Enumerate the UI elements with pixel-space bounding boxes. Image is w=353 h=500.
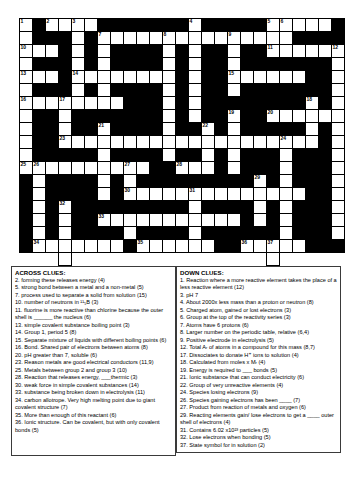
cell-r15c13[interactable]	[189, 214, 201, 226]
cell-r8c6[interactable]: 21	[98, 123, 110, 135]
cell-r7c16[interactable]: 19	[228, 110, 240, 122]
cell-r0c22[interactable]	[306, 19, 318, 31]
cell-r16c19	[267, 227, 279, 239]
cell-r9c5[interactable]	[85, 136, 97, 148]
cell-r17c16	[228, 240, 240, 252]
cell-r15c0	[20, 214, 32, 226]
cell-r8c11[interactable]	[163, 123, 175, 135]
cell-r13c17[interactable]	[241, 188, 253, 200]
cell-r17c1[interactable]: 34	[33, 240, 45, 252]
cell-r12c18[interactable]: 29	[254, 175, 266, 187]
cell-r4c19[interactable]	[267, 71, 279, 83]
cell-r2c18	[254, 45, 266, 57]
cell-r4c18[interactable]	[254, 71, 266, 83]
cell-r9c7[interactable]	[111, 136, 123, 148]
cell-r4c1[interactable]	[33, 71, 45, 83]
cell-r14c4	[72, 201, 84, 213]
cell-r6c6[interactable]	[98, 97, 110, 109]
cell-r7c19[interactable]: 20	[267, 110, 279, 122]
cell-r11c12[interactable]: 28	[176, 162, 188, 174]
cell-r11c2[interactable]	[46, 162, 58, 174]
cell-r5c11[interactable]	[163, 84, 175, 96]
cell-r10c4	[72, 149, 84, 161]
cell-r1c6[interactable]: 7	[98, 32, 110, 44]
across-clue-35: 35. More than enough of this reactant (6…	[15, 412, 172, 420]
cell-r9c13[interactable]	[189, 136, 201, 148]
cell-r1c5	[85, 32, 97, 44]
cell-r1c10[interactable]	[150, 32, 162, 44]
cell-r4c13[interactable]	[189, 71, 201, 83]
cell-r7c23[interactable]	[319, 110, 331, 122]
cell-r13c14[interactable]	[202, 188, 214, 200]
cell-r9c9[interactable]	[137, 136, 149, 148]
cell-r14c24[interactable]	[332, 201, 344, 213]
cell-r4c24[interactable]	[332, 71, 344, 83]
cell-r2c11[interactable]	[163, 45, 175, 57]
cell-r4c23	[319, 71, 331, 83]
cell-r11c17	[241, 162, 253, 174]
cell-r17c24	[332, 240, 344, 252]
cell-r0c3[interactable]	[59, 19, 71, 31]
cell-r11c3[interactable]	[59, 162, 71, 174]
cell-r9c8[interactable]	[124, 136, 136, 148]
cell-r2c16[interactable]	[228, 45, 240, 57]
cell-r11c9[interactable]	[137, 162, 149, 174]
cell-r9c10[interactable]	[150, 136, 162, 148]
cell-r11c8[interactable]: 27	[124, 162, 136, 174]
cell-r5c19	[267, 84, 279, 96]
cell-r5c6[interactable]	[98, 84, 110, 96]
cell-r17c14[interactable]	[202, 240, 214, 252]
across-clue-36: 36. Ionic structure. Can be covalent, bu…	[15, 419, 172, 434]
cell-r13c23	[319, 188, 331, 200]
cell-r14c0	[20, 201, 32, 213]
cell-r16c13[interactable]	[189, 227, 201, 239]
cell-r2c22[interactable]	[306, 45, 318, 57]
cell-r13c1[interactable]	[33, 188, 45, 200]
cell-r13c10[interactable]	[150, 188, 162, 200]
cell-r8c16[interactable]	[228, 123, 240, 135]
cell-r13c16[interactable]	[228, 188, 240, 200]
cell-r14c17	[241, 201, 253, 213]
cell-r8c24[interactable]	[332, 123, 344, 135]
cell-r16c12	[176, 227, 188, 239]
cell-r14c13[interactable]	[189, 201, 201, 213]
cell-r14c19	[267, 201, 279, 213]
cell-r6c2[interactable]	[46, 97, 58, 109]
across-clue-20: 20. pH greater than 7, soluble (6)	[15, 352, 172, 360]
cell-r9c24[interactable]	[332, 136, 344, 148]
cell-r15c6[interactable]: 33	[98, 214, 110, 226]
cell-r3c0[interactable]	[20, 58, 32, 70]
cell-r17c9[interactable]: 35	[137, 240, 149, 252]
cell-r5c4[interactable]	[72, 84, 84, 96]
cell-r1c16[interactable]: 9	[228, 32, 240, 44]
cell-r4c0[interactable]: 13	[20, 71, 32, 83]
cell-r10c20[interactable]	[280, 149, 292, 161]
cell-r9c21[interactable]	[293, 136, 305, 148]
cell-r18c19[interactable]	[266, 252, 280, 266]
cell-r4c20[interactable]	[280, 71, 292, 83]
cell-r5c24[interactable]	[332, 84, 344, 96]
cell-r11c4[interactable]	[72, 162, 84, 174]
cell-r11c24[interactable]	[332, 162, 344, 174]
cell-r9c18[interactable]	[254, 136, 266, 148]
cell-r16c3[interactable]	[59, 227, 71, 239]
cell-r2c23[interactable]	[319, 45, 331, 57]
cell-r4c5[interactable]	[85, 71, 97, 83]
cell-r9c20[interactable]: 24	[280, 136, 292, 148]
cell-r14c18[interactable]	[254, 201, 266, 213]
cell-r2c21[interactable]	[293, 45, 305, 57]
cell-r9c11[interactable]	[163, 136, 175, 148]
clue-number-5: 5	[268, 19, 271, 24]
cell-r4c14	[202, 71, 214, 83]
cell-r0c20[interactable]: 6	[280, 19, 292, 31]
cell-r10c16[interactable]	[228, 149, 240, 161]
cell-r1c20[interactable]	[280, 32, 292, 44]
clue-number-1: 1	[21, 19, 24, 24]
cell-r1c19[interactable]	[267, 32, 279, 44]
cell-r2c24[interactable]: 12	[332, 45, 344, 57]
cell-r0c8	[124, 19, 136, 31]
cell-r1c11[interactable]: 8	[163, 32, 175, 44]
cell-r6c5[interactable]	[85, 97, 97, 109]
cell-r0c9	[137, 19, 149, 31]
cell-r8c3[interactable]	[59, 123, 71, 135]
cell-r17c2[interactable]	[46, 240, 58, 252]
cell-r15c20[interactable]	[280, 214, 292, 226]
cell-r7c2	[46, 110, 58, 122]
cell-r17c3[interactable]	[59, 240, 71, 252]
cell-r17c11[interactable]	[163, 240, 175, 252]
cell-r10c18	[254, 149, 266, 161]
cell-r12c16	[228, 175, 240, 187]
cell-r17c7[interactable]	[111, 240, 123, 252]
cell-r13c19[interactable]	[267, 188, 279, 200]
cell-r11c5[interactable]	[85, 162, 97, 174]
cell-r1c15[interactable]	[215, 32, 227, 44]
cell-r0c10	[150, 19, 162, 31]
cell-r3c24[interactable]	[332, 58, 344, 70]
cell-r15c4	[72, 214, 84, 226]
cell-r15c8[interactable]	[124, 214, 136, 226]
cell-r12c1[interactable]	[33, 175, 45, 187]
cell-r3c4[interactable]	[72, 58, 84, 70]
cell-r15c24[interactable]	[332, 214, 344, 226]
cell-r15c10[interactable]	[150, 214, 162, 226]
cell-r14c20[interactable]	[280, 201, 292, 213]
cell-r1c17[interactable]	[241, 32, 253, 44]
cell-r7c24[interactable]	[332, 110, 344, 122]
cell-r13c21[interactable]	[293, 188, 305, 200]
cell-r1c12[interactable]	[176, 32, 188, 44]
cell-r6c0[interactable]: 16	[20, 97, 32, 109]
cell-r14c10	[150, 201, 162, 213]
cell-r0c21[interactable]	[293, 19, 305, 31]
cell-r6c18	[254, 97, 266, 109]
cell-r15c1[interactable]	[33, 214, 45, 226]
cell-r6c13[interactable]	[189, 97, 201, 109]
cell-r9c22[interactable]	[306, 136, 318, 148]
cell-r7c0[interactable]	[20, 110, 32, 122]
cell-r10c6[interactable]	[98, 149, 110, 161]
cell-r10c0[interactable]	[20, 149, 32, 161]
cell-r13c12[interactable]	[176, 188, 188, 200]
cell-r13c9[interactable]	[137, 188, 149, 200]
cell-r10c14[interactable]	[202, 149, 214, 161]
cell-r1c13[interactable]	[189, 32, 201, 44]
cell-r16c1[interactable]	[33, 227, 45, 239]
cell-r4c8[interactable]	[124, 71, 136, 83]
cell-r13c15[interactable]	[215, 188, 227, 200]
cell-r6c4[interactable]	[72, 97, 84, 109]
cell-r15c3[interactable]	[59, 214, 71, 226]
cell-r9c19[interactable]	[267, 136, 279, 148]
cell-r8c14[interactable]: 22	[202, 123, 214, 135]
cell-r0c19[interactable]: 5	[267, 19, 279, 31]
across-clue-33: 33. substance being broken down in elect…	[15, 389, 172, 397]
cell-r15c15[interactable]	[215, 214, 227, 226]
cell-r16c7	[111, 227, 123, 239]
cell-r8c19	[267, 123, 279, 135]
cell-r2c5	[85, 45, 97, 57]
cell-r11c6[interactable]	[98, 162, 110, 174]
cell-r11c13[interactable]	[189, 162, 201, 174]
cell-r11c1[interactable]: 26	[33, 162, 45, 174]
cell-r4c10[interactable]	[150, 71, 162, 83]
cell-r1c18[interactable]	[254, 32, 266, 44]
cell-r4c11[interactable]	[163, 71, 175, 83]
clue-number-19: 19	[229, 110, 235, 115]
cell-r16c24[interactable]	[332, 227, 344, 239]
cell-r7c11[interactable]	[163, 110, 175, 122]
cell-r16c11	[163, 227, 175, 239]
cell-r2c8	[124, 45, 136, 57]
down-clue-9: 9. Positive electrode in electrolysis (5…	[180, 337, 337, 345]
cell-r11c0[interactable]: 25	[20, 162, 32, 174]
cell-r9c17[interactable]	[241, 136, 253, 148]
cell-r0c13[interactable]: 4	[189, 19, 201, 31]
cell-r15c12[interactable]	[176, 214, 188, 226]
cell-r6c23	[319, 97, 331, 109]
cell-r4c9[interactable]	[137, 71, 149, 83]
cell-r3c11[interactable]	[163, 58, 175, 70]
cell-r17c12[interactable]	[176, 240, 188, 252]
cell-r2c0[interactable]: 10	[20, 45, 32, 57]
clue-number-29: 29	[255, 175, 261, 180]
cell-r11c18	[254, 162, 266, 174]
cell-r2c19[interactable]: 11	[267, 45, 279, 57]
cell-r6c7[interactable]	[111, 97, 123, 109]
cell-r17c5[interactable]	[85, 240, 97, 252]
cell-r11c19	[267, 162, 279, 174]
cell-r7c22[interactable]	[306, 110, 318, 122]
cell-r13c11[interactable]	[163, 188, 175, 200]
cell-r0c2[interactable]: 2	[46, 19, 58, 31]
cell-r12c20[interactable]	[280, 175, 292, 187]
cell-r4c4[interactable]: 14	[72, 71, 84, 83]
cell-r7c1	[33, 110, 45, 122]
cell-r13c3	[59, 188, 71, 200]
cell-r4c2[interactable]	[46, 71, 58, 83]
cell-r9c4[interactable]	[72, 136, 84, 148]
cell-r5c13[interactable]	[189, 84, 201, 96]
cell-r4c17[interactable]	[241, 71, 253, 83]
cell-r7c13[interactable]	[189, 110, 201, 122]
cell-r1c9[interactable]	[137, 32, 149, 44]
cell-r0c6	[98, 19, 110, 31]
clue-number-28: 28	[177, 162, 183, 167]
cell-r0c5[interactable]	[85, 19, 97, 31]
cell-r17c13[interactable]	[189, 240, 201, 252]
cell-r4c16[interactable]: 15	[228, 71, 240, 83]
cell-r10c11[interactable]	[163, 149, 175, 161]
cell-r16c0	[20, 227, 32, 239]
cell-r17c18[interactable]	[254, 240, 266, 252]
cell-r14c15	[215, 201, 227, 213]
cell-r1c14[interactable]	[202, 32, 214, 44]
cell-r6c22[interactable]: 18	[306, 97, 318, 109]
cell-r12c24[interactable]	[332, 175, 344, 187]
cell-r9c15[interactable]	[215, 136, 227, 148]
cell-r17c6[interactable]	[98, 240, 110, 252]
cell-r15c18[interactable]	[254, 214, 266, 226]
cell-r2c15	[215, 45, 227, 57]
cell-r9c14[interactable]	[202, 136, 214, 148]
cell-r17c19[interactable]: 37	[267, 240, 279, 252]
cell-r11c16[interactable]	[228, 162, 240, 174]
cell-r6c10	[150, 97, 162, 109]
cell-r9c0[interactable]	[20, 136, 32, 148]
across-clues-title: ACROSS CLUES:	[15, 269, 172, 277]
cell-r8c0[interactable]	[20, 123, 32, 135]
cell-r13c20[interactable]	[280, 188, 292, 200]
cell-r6c24[interactable]	[332, 97, 344, 109]
cell-r13c18[interactable]	[254, 188, 266, 200]
cell-r4c7[interactable]	[111, 71, 123, 83]
cell-r12c6[interactable]	[98, 175, 110, 187]
clue-number-24: 24	[281, 136, 287, 141]
cell-r10c5	[85, 149, 97, 161]
cell-r3c13[interactable]	[189, 58, 201, 70]
cell-r5c16[interactable]	[228, 84, 240, 96]
cell-r9c16[interactable]	[228, 136, 240, 148]
crossword-board: 1234567891011121314151617181920212223242…	[19, 18, 345, 253]
cell-r6c3[interactable]: 17	[59, 97, 71, 109]
cell-r6c11[interactable]	[163, 97, 175, 109]
cell-r15c16[interactable]	[228, 214, 240, 226]
cell-r10c24[interactable]	[332, 149, 344, 161]
worksheet-page: { "game": "crossword", "title": "Chemist…	[0, 0, 353, 500]
cell-r15c7[interactable]	[111, 214, 123, 226]
cell-r17c20[interactable]	[280, 240, 292, 252]
cell-r9c3[interactable]: 23	[59, 136, 71, 148]
cell-r8c20	[280, 123, 292, 135]
cell-r10c19	[267, 149, 279, 161]
cell-r1c0[interactable]	[20, 32, 32, 44]
cell-r2c2[interactable]	[46, 45, 58, 57]
cell-r7c21[interactable]	[293, 110, 305, 122]
cell-r5c0[interactable]	[20, 84, 32, 96]
cell-r5c22	[306, 84, 318, 96]
cell-r13c5	[85, 188, 97, 200]
cell-r1c8[interactable]	[124, 32, 136, 44]
cell-r16c8[interactable]	[124, 227, 136, 239]
cell-r15c11[interactable]	[163, 214, 175, 226]
cell-r8c22[interactable]	[306, 123, 318, 135]
cell-r10c15	[215, 149, 227, 161]
cell-r6c1[interactable]	[33, 97, 45, 109]
cell-r13c8[interactable]: 30	[124, 188, 136, 200]
cell-r14c3[interactable]: 32	[59, 201, 71, 213]
cell-r8c12	[176, 123, 188, 135]
cell-r2c1[interactable]	[33, 45, 45, 57]
cell-r1c4[interactable]	[72, 32, 84, 44]
cell-r12c13	[189, 175, 201, 187]
cell-r16c20[interactable]	[280, 227, 292, 239]
cell-r2c20[interactable]	[280, 45, 292, 57]
cell-r1c7[interactable]	[111, 32, 123, 44]
cell-r0c4[interactable]: 3	[72, 19, 84, 31]
cell-r7c7	[111, 110, 123, 122]
clue-number-26: 26	[34, 162, 40, 167]
cell-r2c6[interactable]	[98, 45, 110, 57]
cell-r9c12[interactable]	[176, 136, 188, 148]
cell-r18c3[interactable]	[58, 252, 72, 266]
cell-r9c6[interactable]	[98, 136, 110, 148]
cell-r9c2	[46, 136, 58, 148]
cell-r4c21[interactable]	[293, 71, 305, 83]
cell-r0c23[interactable]	[319, 19, 331, 31]
cell-r11c14[interactable]	[202, 162, 214, 174]
cell-r4c6[interactable]	[98, 71, 110, 83]
cell-r2c4[interactable]	[72, 45, 84, 57]
cell-r17c17[interactable]: 36	[241, 240, 253, 252]
cell-r11c20[interactable]	[280, 162, 292, 174]
clue-number-4: 4	[190, 19, 193, 24]
cell-r7c20[interactable]	[280, 110, 292, 122]
cell-r11c7[interactable]	[111, 162, 123, 174]
clue-number-13: 13	[21, 71, 27, 76]
cell-r17c10[interactable]	[150, 240, 162, 252]
cell-r7c12	[176, 110, 188, 122]
cell-r12c8[interactable]	[124, 175, 136, 187]
cell-r17c21[interactable]	[293, 240, 305, 252]
cell-r2c13[interactable]	[189, 45, 201, 57]
cell-r3c10	[150, 58, 162, 70]
clue-number-21: 21	[99, 123, 105, 128]
cell-r6c21	[293, 97, 305, 109]
cell-r3c18	[254, 58, 266, 70]
cell-r13c13[interactable]: 31	[189, 188, 201, 200]
cell-r7c3[interactable]	[59, 110, 71, 122]
cell-r8c17	[241, 123, 253, 135]
cell-r17c4[interactable]	[72, 240, 84, 252]
cell-r13c24[interactable]	[332, 188, 344, 200]
clue-number-30: 30	[125, 188, 131, 193]
cell-r1c23	[319, 32, 331, 44]
cell-r3c16[interactable]	[228, 58, 240, 70]
cell-r14c1[interactable]	[33, 201, 45, 213]
cell-r0c0[interactable]: 1	[20, 19, 32, 31]
across-clue-14: 14. Group 1, period 5 (8)	[15, 329, 172, 337]
cell-r13c6[interactable]	[98, 188, 110, 200]
cell-r3c6[interactable]	[98, 58, 110, 70]
cell-r15c14[interactable]	[202, 214, 214, 226]
cell-r15c9[interactable]	[137, 214, 149, 226]
clue-number-17: 17	[60, 97, 66, 102]
